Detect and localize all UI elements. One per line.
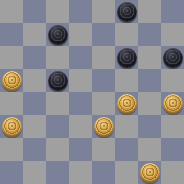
square-e3[interactable] <box>92 115 115 138</box>
square-c4 <box>46 92 69 115</box>
square-a8 <box>0 0 23 23</box>
square-a1[interactable] <box>0 161 23 184</box>
square-a6 <box>0 46 23 69</box>
square-d5 <box>69 69 92 92</box>
square-c6 <box>46 46 69 69</box>
square-a7[interactable] <box>0 23 23 46</box>
square-f8[interactable] <box>115 0 138 23</box>
square-a2 <box>0 138 23 161</box>
black-man[interactable] <box>48 71 68 91</box>
square-h7 <box>161 23 184 46</box>
square-h3 <box>161 115 184 138</box>
white-man[interactable] <box>2 117 22 137</box>
square-d2[interactable] <box>69 138 92 161</box>
square-d1 <box>69 161 92 184</box>
square-e2 <box>92 138 115 161</box>
square-c8 <box>46 0 69 23</box>
square-e7[interactable] <box>92 23 115 46</box>
square-h5 <box>161 69 184 92</box>
white-man[interactable] <box>94 117 114 137</box>
square-a3[interactable] <box>0 115 23 138</box>
square-d8[interactable] <box>69 0 92 23</box>
square-f1 <box>115 161 138 184</box>
square-g3[interactable] <box>138 115 161 138</box>
square-c2 <box>46 138 69 161</box>
square-a4 <box>0 92 23 115</box>
square-b7 <box>23 23 46 46</box>
square-g6 <box>138 46 161 69</box>
square-d4[interactable] <box>69 92 92 115</box>
square-b6[interactable] <box>23 46 46 69</box>
square-c5[interactable] <box>46 69 69 92</box>
black-man[interactable] <box>163 48 183 68</box>
square-f3 <box>115 115 138 138</box>
black-man[interactable] <box>117 2 137 22</box>
square-g8 <box>138 0 161 23</box>
square-h1 <box>161 161 184 184</box>
square-e8 <box>92 0 115 23</box>
white-man[interactable] <box>2 71 22 91</box>
square-b2[interactable] <box>23 138 46 161</box>
white-man[interactable] <box>117 94 137 114</box>
square-f4[interactable] <box>115 92 138 115</box>
square-c3[interactable] <box>46 115 69 138</box>
square-f2[interactable] <box>115 138 138 161</box>
square-g4 <box>138 92 161 115</box>
square-g2 <box>138 138 161 161</box>
square-b4[interactable] <box>23 92 46 115</box>
square-g7[interactable] <box>138 23 161 46</box>
square-d3 <box>69 115 92 138</box>
square-e1[interactable] <box>92 161 115 184</box>
square-g1[interactable] <box>138 161 161 184</box>
white-man[interactable] <box>163 94 183 114</box>
square-b8[interactable] <box>23 0 46 23</box>
square-d7 <box>69 23 92 46</box>
square-b3 <box>23 115 46 138</box>
square-h8[interactable] <box>161 0 184 23</box>
black-man[interactable] <box>48 25 68 45</box>
square-d6[interactable] <box>69 46 92 69</box>
square-h4[interactable] <box>161 92 184 115</box>
square-f6[interactable] <box>115 46 138 69</box>
square-e5[interactable] <box>92 69 115 92</box>
square-f5 <box>115 69 138 92</box>
square-a5[interactable] <box>0 69 23 92</box>
square-e6 <box>92 46 115 69</box>
square-g5[interactable] <box>138 69 161 92</box>
white-man[interactable] <box>140 163 160 183</box>
square-h2[interactable] <box>161 138 184 161</box>
square-b1 <box>23 161 46 184</box>
square-b5 <box>23 69 46 92</box>
square-f7 <box>115 23 138 46</box>
black-man[interactable] <box>117 48 137 68</box>
square-c1[interactable] <box>46 161 69 184</box>
checkers-board <box>0 0 184 184</box>
square-e4 <box>92 92 115 115</box>
square-c7[interactable] <box>46 23 69 46</box>
square-h6[interactable] <box>161 46 184 69</box>
